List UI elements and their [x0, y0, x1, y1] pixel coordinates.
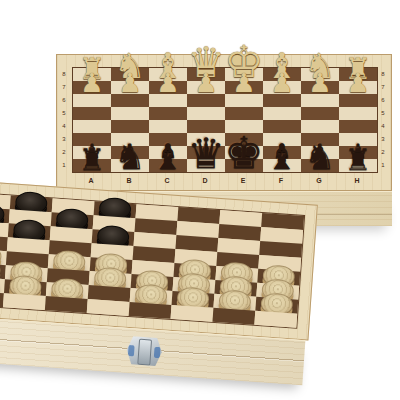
chess-square[interactable]: ♟	[187, 81, 225, 94]
checkers-square[interactable]	[212, 308, 255, 325]
rank-label-8: 8	[379, 68, 387, 81]
clasp-logo-mark-right	[154, 347, 161, 358]
chess-square[interactable]: ♝	[149, 159, 187, 172]
checkers-square[interactable]	[171, 305, 214, 322]
checkers-square[interactable]	[87, 299, 130, 316]
white-pawn-piece[interactable]: ♟	[270, 71, 293, 96]
file-label-H: H	[338, 177, 376, 184]
chess-square[interactable]	[301, 94, 339, 107]
rank-label-6: 6	[379, 94, 387, 107]
chess-square[interactable]: ♞	[301, 159, 339, 172]
rank-label-3: 3	[379, 133, 387, 146]
chess-square[interactable]	[263, 94, 301, 107]
checkers-square[interactable]	[3, 293, 46, 310]
chess-square[interactable]	[149, 107, 187, 120]
chess-square[interactable]	[149, 120, 187, 133]
chess-square[interactable]	[263, 107, 301, 120]
chess-square[interactable]: ♚	[225, 159, 263, 172]
chess-square[interactable]: ♜	[339, 159, 377, 172]
file-label-B: B	[110, 177, 148, 184]
black-knight-piece[interactable]: ♞	[114, 141, 145, 174]
file-label-G: G	[300, 177, 338, 184]
chess-square[interactable]: ♛	[187, 159, 225, 172]
chess-square[interactable]	[263, 120, 301, 133]
white-pawn-piece[interactable]: ♟	[194, 71, 217, 96]
chess-square[interactable]: ♟	[339, 81, 377, 94]
chess-square[interactable]: ♜	[73, 159, 111, 172]
chess-board: ♜♞♝♛♚♝♞♜♟♟♟♟♟♟♟♟♟♟♟♟♟♟♟♟♜♞♝♛♚♝♞♜	[72, 67, 378, 173]
checkers-square[interactable]	[254, 311, 297, 328]
metal-clasp-icon	[123, 334, 165, 369]
black-bishop-piece[interactable]: ♝	[266, 141, 297, 174]
chess-square[interactable]	[339, 107, 377, 120]
black-queen-piece[interactable]: ♛	[187, 134, 225, 174]
black-bishop-piece[interactable]: ♝	[152, 141, 183, 174]
white-pawn-piece[interactable]: ♟	[308, 71, 331, 96]
chess-square[interactable]	[301, 120, 339, 133]
chess-square[interactable]: ♟	[263, 81, 301, 94]
chess-square[interactable]	[149, 94, 187, 107]
white-pawn-piece[interactable]: ♟	[156, 71, 179, 96]
black-knight-piece[interactable]: ♞	[304, 141, 335, 174]
chess-square[interactable]	[73, 120, 111, 133]
chess-square[interactable]: ♟	[225, 81, 263, 94]
clasp-logo-mark-left	[128, 345, 135, 356]
checkers-board	[0, 191, 305, 328]
chess-square[interactable]	[187, 94, 225, 107]
black-king-piece[interactable]: ♚	[224, 132, 263, 174]
rank-label-8: 8	[60, 68, 68, 81]
black-rook-piece[interactable]: ♜	[345, 146, 372, 175]
chess-square[interactable]	[111, 120, 149, 133]
chess-square[interactable]: ♟	[73, 81, 111, 94]
checkers-box	[0, 179, 320, 385]
chess-square[interactable]	[225, 94, 263, 107]
rank-label-5: 5	[60, 107, 68, 120]
white-pawn-piece[interactable]: ♟	[118, 71, 141, 96]
rank-label-2: 2	[379, 146, 387, 159]
chess-square[interactable]	[111, 94, 149, 107]
rank-label-1: 1	[379, 159, 387, 172]
rank-label-5: 5	[379, 107, 387, 120]
rank-label-6: 6	[60, 94, 68, 107]
chess-square[interactable]	[301, 107, 339, 120]
checkers-square[interactable]	[129, 302, 172, 319]
rank-label-4: 4	[379, 120, 387, 133]
chess-square[interactable]: ♟	[301, 81, 339, 94]
chess-rank-labels-left: 87654321	[60, 68, 68, 172]
file-label-C: C	[148, 177, 186, 184]
chess-rank-labels-right: 87654321	[379, 68, 387, 172]
file-label-F: F	[262, 177, 300, 184]
chess-square[interactable]: ♟	[111, 81, 149, 94]
chess-square[interactable]	[73, 94, 111, 107]
chess-square[interactable]	[225, 107, 263, 120]
rank-label-2: 2	[60, 146, 68, 159]
product-photo-stage: 87654321 87654321 ♜♞♝♛♚♝♞♜♟♟♟♟♟♟♟♟♟♟♟♟♟♟…	[0, 0, 400, 400]
checkers-board-frame	[0, 179, 318, 340]
black-rook-piece[interactable]: ♜	[79, 146, 106, 175]
checkers-square[interactable]	[45, 296, 88, 313]
chess-square[interactable]	[339, 120, 377, 133]
white-pawn-piece[interactable]: ♟	[232, 71, 255, 96]
file-label-A: A	[72, 177, 110, 184]
chess-square[interactable]: ♟	[149, 81, 187, 94]
rank-label-1: 1	[60, 159, 68, 172]
chess-square[interactable]	[73, 107, 111, 120]
rank-label-7: 7	[379, 81, 387, 94]
rank-label-4: 4	[60, 120, 68, 133]
white-pawn-piece[interactable]: ♟	[346, 71, 369, 96]
white-pawn-piece[interactable]: ♟	[80, 71, 103, 96]
clasp-latch-icon	[137, 339, 152, 366]
rank-label-3: 3	[60, 133, 68, 146]
chess-square[interactable]	[111, 107, 149, 120]
rank-label-7: 7	[60, 81, 68, 94]
chess-square[interactable]	[339, 94, 377, 107]
chess-square[interactable]: ♝	[263, 159, 301, 172]
chess-square[interactable]	[187, 107, 225, 120]
chess-square[interactable]: ♞	[111, 159, 149, 172]
chess-board-frame: 87654321 87654321 ♜♞♝♛♚♝♞♜♟♟♟♟♟♟♟♟♟♟♟♟♟♟…	[56, 54, 392, 191]
